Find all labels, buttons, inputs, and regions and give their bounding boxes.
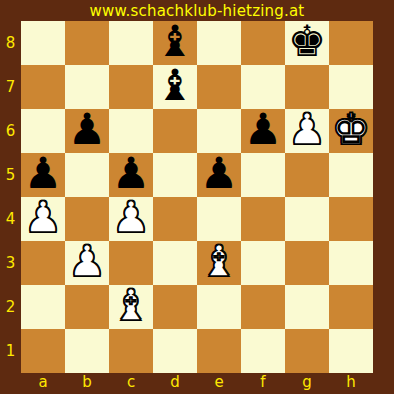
rank-label-8: 8 [0, 21, 21, 65]
square-e8 [197, 21, 241, 65]
rank-label-7: 7 [0, 65, 21, 109]
square-d5 [153, 153, 197, 197]
black-pawn: ♟ [24, 151, 63, 195]
square-c6 [109, 109, 153, 153]
chess-board: ♝♚♝♟♟♟♚♟♟♟♟♟♟♝♝ [21, 21, 373, 373]
square-d3 [153, 241, 197, 285]
square-f6: ♟ [241, 109, 285, 153]
square-g1 [285, 329, 329, 373]
square-g3 [285, 241, 329, 285]
square-c7 [109, 65, 153, 109]
square-b8 [65, 21, 109, 65]
square-g4 [285, 197, 329, 241]
square-f2 [241, 285, 285, 329]
square-e6 [197, 109, 241, 153]
black-pawn: ♟ [68, 107, 107, 151]
square-h1 [329, 329, 373, 373]
square-a5: ♟ [21, 153, 65, 197]
square-a6 [21, 109, 65, 153]
square-c1 [109, 329, 153, 373]
square-d4 [153, 197, 197, 241]
square-e4 [197, 197, 241, 241]
square-c5: ♟ [109, 153, 153, 197]
file-label-f: f [241, 372, 285, 391]
square-c4: ♟ [109, 197, 153, 241]
rank-label-3: 3 [0, 241, 21, 285]
square-b2 [65, 285, 109, 329]
file-label-a: a [21, 372, 65, 391]
square-b5 [65, 153, 109, 197]
rank-label-5: 5 [0, 153, 21, 197]
square-a1 [21, 329, 65, 373]
square-g2 [285, 285, 329, 329]
square-h4 [329, 197, 373, 241]
square-b6: ♟ [65, 109, 109, 153]
rank-label-4: 4 [0, 197, 21, 241]
square-f7 [241, 65, 285, 109]
square-d2 [153, 285, 197, 329]
square-b1 [65, 329, 109, 373]
white-pawn: ♟ [24, 195, 63, 239]
square-g5 [285, 153, 329, 197]
square-d1 [153, 329, 197, 373]
site-title: www.schachklub-hietzing.at [0, 0, 394, 21]
file-label-g: g [285, 372, 329, 391]
square-a4: ♟ [21, 197, 65, 241]
file-label-d: d [153, 372, 197, 391]
square-h5 [329, 153, 373, 197]
square-a3 [21, 241, 65, 285]
square-f3 [241, 241, 285, 285]
square-f4 [241, 197, 285, 241]
square-e2 [197, 285, 241, 329]
square-f1 [241, 329, 285, 373]
square-d6 [153, 109, 197, 153]
white-bishop: ♝ [112, 283, 151, 327]
file-label-b: b [65, 372, 109, 391]
black-bishop: ♝ [156, 19, 195, 63]
board-frame: www.schachklub-hietzing.at 87654321 ♝♚♝♟… [0, 0, 394, 394]
square-g6: ♟ [285, 109, 329, 153]
black-king: ♚ [288, 19, 327, 63]
white-king: ♚ [332, 107, 371, 151]
rank-label-1: 1 [0, 329, 21, 373]
black-bishop: ♝ [156, 63, 195, 107]
rank-labels: 87654321 [0, 21, 21, 373]
square-g8: ♚ [285, 21, 329, 65]
square-b3: ♟ [65, 241, 109, 285]
rank-label-6: 6 [0, 109, 21, 153]
square-g7 [285, 65, 329, 109]
square-d8: ♝ [153, 21, 197, 65]
square-a8 [21, 21, 65, 65]
square-e7 [197, 65, 241, 109]
square-h8 [329, 21, 373, 65]
square-a7 [21, 65, 65, 109]
square-f5 [241, 153, 285, 197]
file-label-e: e [197, 372, 241, 391]
square-h2 [329, 285, 373, 329]
square-b4 [65, 197, 109, 241]
square-d7: ♝ [153, 65, 197, 109]
white-pawn: ♟ [288, 107, 327, 151]
black-pawn: ♟ [200, 151, 239, 195]
white-pawn: ♟ [112, 195, 151, 239]
square-h6: ♚ [329, 109, 373, 153]
rank-label-2: 2 [0, 285, 21, 329]
square-e5: ♟ [197, 153, 241, 197]
white-bishop: ♝ [200, 239, 239, 283]
square-c8 [109, 21, 153, 65]
square-f8 [241, 21, 285, 65]
file-labels: abcdefgh [21, 372, 373, 391]
square-h7 [329, 65, 373, 109]
file-label-c: c [109, 372, 153, 391]
square-b7 [65, 65, 109, 109]
square-e3: ♝ [197, 241, 241, 285]
black-pawn: ♟ [112, 151, 151, 195]
square-c2: ♝ [109, 285, 153, 329]
square-e1 [197, 329, 241, 373]
white-pawn: ♟ [68, 239, 107, 283]
square-a2 [21, 285, 65, 329]
file-label-h: h [329, 372, 373, 391]
square-c3 [109, 241, 153, 285]
square-h3 [329, 241, 373, 285]
black-pawn: ♟ [244, 107, 283, 151]
